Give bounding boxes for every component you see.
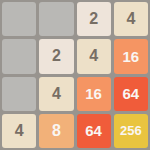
empty-cell-r1c2 xyxy=(39,2,73,36)
empty-cell-r2c1 xyxy=(2,39,36,73)
tile-256-r4c4: 256 xyxy=(114,114,148,148)
tile-2-r2c2: 2 xyxy=(39,39,73,73)
tile-2-r1c3: 2 xyxy=(77,2,111,36)
tile-4-r4c1: 4 xyxy=(2,114,36,148)
tile-16-r2c4: 16 xyxy=(114,39,148,73)
empty-cell-r1c1 xyxy=(2,2,36,36)
tile-16-r3c3: 16 xyxy=(77,77,111,111)
tile-64-r4c3: 64 xyxy=(77,114,111,148)
tile-64-r3c4: 64 xyxy=(114,77,148,111)
tile-8-r4c2: 8 xyxy=(39,114,73,148)
empty-cell-r3c1 xyxy=(2,77,36,111)
tile-4-r2c3: 4 xyxy=(77,39,111,73)
2048-board[interactable]: 242416416644864256 xyxy=(0,0,150,150)
tile-4-r1c4: 4 xyxy=(114,2,148,36)
tile-4-r3c2: 4 xyxy=(39,77,73,111)
